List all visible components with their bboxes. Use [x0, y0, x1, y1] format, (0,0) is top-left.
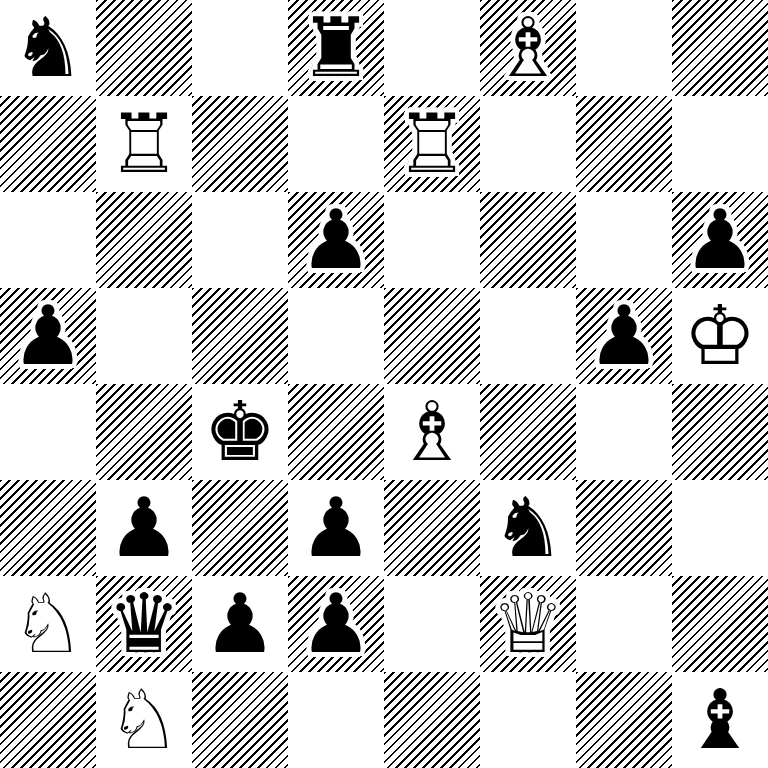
- square-g3[interactable]: [576, 480, 672, 576]
- square-a6[interactable]: [0, 192, 96, 288]
- square-f3[interactable]: ♞♞: [480, 480, 576, 576]
- piece-white-knight[interactable]: ♘: [96, 672, 192, 768]
- square-g7[interactable]: [576, 96, 672, 192]
- square-c4[interactable]: ♚♚: [192, 384, 288, 480]
- square-h1[interactable]: ♝♝: [672, 672, 768, 768]
- square-f8[interactable]: ♝♗: [480, 0, 576, 96]
- square-f5[interactable]: [480, 288, 576, 384]
- square-c2[interactable]: ♟♟: [192, 576, 288, 672]
- square-a1[interactable]: [0, 672, 96, 768]
- square-g2[interactable]: [576, 576, 672, 672]
- piece-black-pawn-fill: ♟: [288, 576, 384, 672]
- square-g4[interactable]: [576, 384, 672, 480]
- piece-white-rook-fill: ♜: [384, 96, 480, 192]
- square-c8[interactable]: [192, 0, 288, 96]
- piece-white-bishop-fill: ♝: [480, 0, 576, 96]
- square-b5[interactable]: [96, 288, 192, 384]
- piece-black-pawn[interactable]: ♟: [288, 480, 384, 576]
- piece-white-rook[interactable]: ♖: [384, 96, 480, 192]
- piece-black-pawn[interactable]: ♟: [192, 576, 288, 672]
- square-h6[interactable]: ♟♟: [672, 192, 768, 288]
- square-c3[interactable]: [192, 480, 288, 576]
- square-b2[interactable]: ♛♛: [96, 576, 192, 672]
- square-f7[interactable]: [480, 96, 576, 192]
- piece-black-knight-fill: ♞: [0, 0, 96, 96]
- square-h8[interactable]: [672, 0, 768, 96]
- square-h2[interactable]: [672, 576, 768, 672]
- square-e8[interactable]: [384, 0, 480, 96]
- piece-black-knight-fill: ♞: [480, 480, 576, 576]
- piece-white-knight-fill: ♞: [0, 576, 96, 672]
- piece-black-king-fill: ♚: [192, 384, 288, 480]
- square-c6[interactable]: [192, 192, 288, 288]
- piece-black-pawn[interactable]: ♟: [288, 192, 384, 288]
- square-c7[interactable]: [192, 96, 288, 192]
- square-g8[interactable]: [576, 0, 672, 96]
- piece-black-pawn-fill: ♟: [288, 192, 384, 288]
- piece-black-pawn[interactable]: ♟: [96, 480, 192, 576]
- square-e4[interactable]: ♝♗: [384, 384, 480, 480]
- piece-black-bishop[interactable]: ♝: [672, 672, 768, 768]
- piece-black-pawn-fill: ♟: [0, 288, 96, 384]
- square-b4[interactable]: [96, 384, 192, 480]
- square-g6[interactable]: [576, 192, 672, 288]
- square-d7[interactable]: [288, 96, 384, 192]
- piece-black-knight[interactable]: ♞: [480, 480, 576, 576]
- piece-white-bishop[interactable]: ♗: [480, 0, 576, 96]
- piece-black-knight[interactable]: ♞: [0, 0, 96, 96]
- piece-black-pawn[interactable]: ♟: [0, 288, 96, 384]
- piece-black-pawn-fill: ♟: [96, 480, 192, 576]
- piece-white-king[interactable]: ♔: [672, 288, 768, 384]
- square-a4[interactable]: [0, 384, 96, 480]
- square-a3[interactable]: [0, 480, 96, 576]
- square-b1[interactable]: ♞♘: [96, 672, 192, 768]
- square-e6[interactable]: [384, 192, 480, 288]
- square-h4[interactable]: [672, 384, 768, 480]
- piece-white-knight-fill: ♞: [96, 672, 192, 768]
- square-b3[interactable]: ♟♟: [96, 480, 192, 576]
- piece-black-pawn[interactable]: ♟: [672, 192, 768, 288]
- piece-black-pawn[interactable]: ♟: [576, 288, 672, 384]
- square-a2[interactable]: ♞♘: [0, 576, 96, 672]
- piece-black-pawn-fill: ♟: [192, 576, 288, 672]
- square-b6[interactable]: [96, 192, 192, 288]
- piece-black-pawn-fill: ♟: [576, 288, 672, 384]
- piece-black-rook-fill: ♜: [288, 0, 384, 96]
- piece-white-rook-fill: ♜: [96, 96, 192, 192]
- piece-black-king[interactable]: ♚: [192, 384, 288, 480]
- piece-black-pawn-fill: ♟: [672, 192, 768, 288]
- piece-black-pawn-fill: ♟: [288, 480, 384, 576]
- square-f2[interactable]: ♛♕: [480, 576, 576, 672]
- square-a5[interactable]: ♟♟: [0, 288, 96, 384]
- square-b8[interactable]: [96, 0, 192, 96]
- piece-white-rook[interactable]: ♖: [96, 96, 192, 192]
- square-d6[interactable]: ♟♟: [288, 192, 384, 288]
- square-e5[interactable]: [384, 288, 480, 384]
- square-e1[interactable]: [384, 672, 480, 768]
- piece-white-bishop-fill: ♝: [384, 384, 480, 480]
- square-d5[interactable]: [288, 288, 384, 384]
- square-h7[interactable]: [672, 96, 768, 192]
- square-d3[interactable]: ♟♟: [288, 480, 384, 576]
- piece-black-rook[interactable]: ♜: [288, 0, 384, 96]
- square-d1[interactable]: [288, 672, 384, 768]
- square-e3[interactable]: [384, 480, 480, 576]
- square-a8[interactable]: ♞♞: [0, 0, 96, 96]
- square-e2[interactable]: [384, 576, 480, 672]
- square-f4[interactable]: [480, 384, 576, 480]
- piece-black-queen-fill: ♛: [96, 576, 192, 672]
- square-h3[interactable]: [672, 480, 768, 576]
- square-h5[interactable]: ♚♔: [672, 288, 768, 384]
- piece-white-queen[interactable]: ♕: [480, 576, 576, 672]
- square-g5[interactable]: ♟♟: [576, 288, 672, 384]
- square-d2[interactable]: ♟♟: [288, 576, 384, 672]
- piece-black-queen[interactable]: ♛: [96, 576, 192, 672]
- piece-white-king-fill: ♚: [672, 288, 768, 384]
- piece-black-bishop-fill: ♝: [672, 672, 768, 768]
- square-g1[interactable]: [576, 672, 672, 768]
- square-a7[interactable]: [0, 96, 96, 192]
- square-f1[interactable]: [480, 672, 576, 768]
- square-d8[interactable]: ♜♜: [288, 0, 384, 96]
- piece-white-bishop[interactable]: ♗: [384, 384, 480, 480]
- square-c1[interactable]: [192, 672, 288, 768]
- piece-white-knight[interactable]: ♘: [0, 576, 96, 672]
- square-e7[interactable]: ♜♖: [384, 96, 480, 192]
- square-f6[interactable]: [480, 192, 576, 288]
- chess-board: ♞♞♜♜♝♗♜♖♜♖♟♟♟♟♟♟♟♟♚♔♚♚♝♗♟♟♟♟♞♞♞♘♛♛♟♟♟♟♛♕…: [0, 0, 768, 768]
- square-d4[interactable]: [288, 384, 384, 480]
- piece-white-queen-fill: ♛: [480, 576, 576, 672]
- square-b7[interactable]: ♜♖: [96, 96, 192, 192]
- piece-black-pawn[interactable]: ♟: [288, 576, 384, 672]
- square-c5[interactable]: [192, 288, 288, 384]
